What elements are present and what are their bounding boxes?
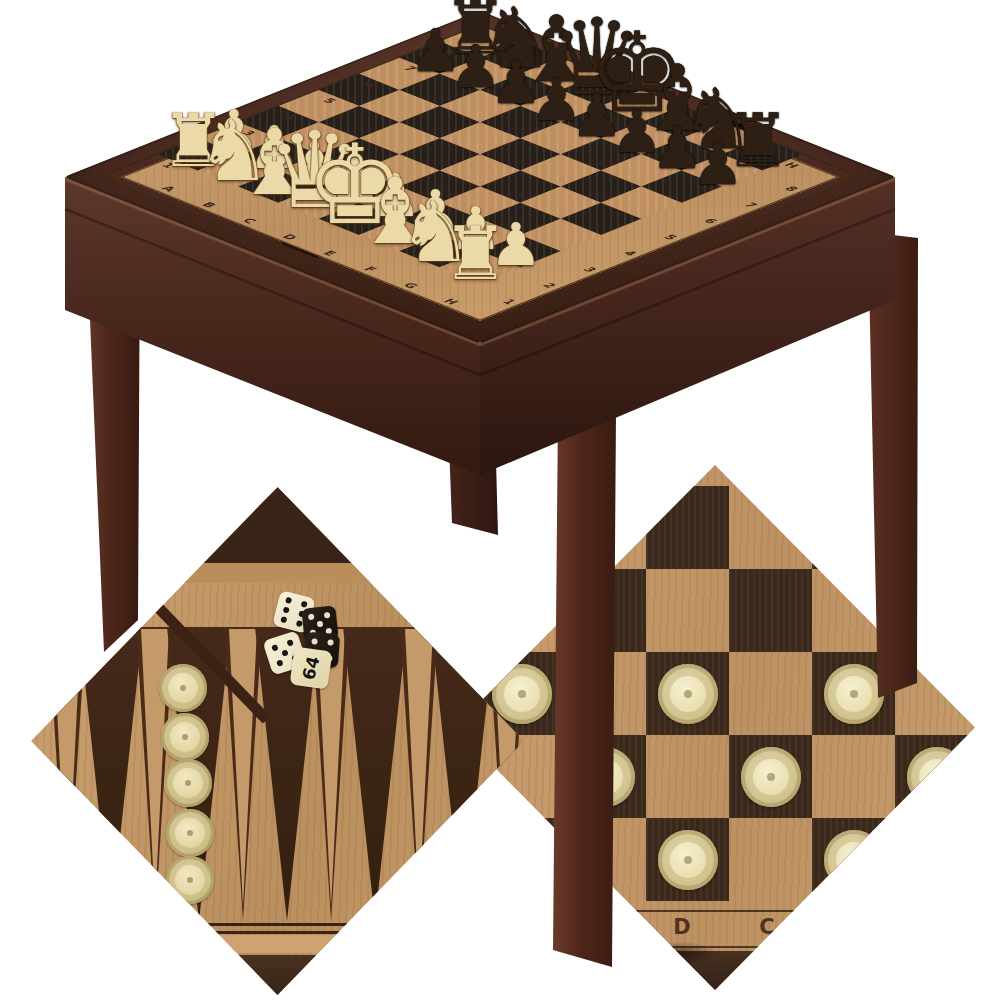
checkers-grid xyxy=(480,486,975,901)
checkers-piece-cream xyxy=(658,830,718,890)
backgammon-point-dark xyxy=(431,627,495,921)
checkers-square xyxy=(812,486,895,569)
checkers-square xyxy=(646,569,729,652)
border-line xyxy=(31,931,524,934)
table-leg-back-left xyxy=(86,225,140,652)
backgammon-checker xyxy=(164,759,212,807)
backgammon-inset-board: 64 xyxy=(31,487,524,995)
checkers-square xyxy=(480,569,563,652)
checkers-square xyxy=(812,735,895,818)
checkers-square xyxy=(646,735,729,818)
board-edge-corner xyxy=(31,955,524,995)
checkers-piece-cream xyxy=(824,830,884,890)
checkers-square xyxy=(895,569,975,652)
checkers-square xyxy=(563,486,646,569)
doubling-cube-value: 64 xyxy=(298,654,323,682)
checkers-square xyxy=(729,818,812,901)
checkers-square xyxy=(563,818,646,901)
backgammon-checker xyxy=(166,856,214,904)
border-line xyxy=(455,946,975,948)
chess-piece-black-pawn: ♟ xyxy=(687,133,749,195)
product-photo: DC xyxy=(0,0,1000,1000)
checkers-file-label: C xyxy=(752,915,782,939)
checkers-square xyxy=(563,652,646,735)
doubling-cube: 64 xyxy=(290,647,333,690)
checkers-square xyxy=(646,486,729,569)
border-line xyxy=(31,923,524,926)
checkers-piece-cream xyxy=(824,664,884,724)
checkers-square xyxy=(895,818,975,901)
board-closed-edge xyxy=(200,487,356,563)
chess-table-top: AABBCCDDEEFFGGHH1122334455667788 ♜♞♝♛♚♝♞… xyxy=(64,11,896,344)
backgammon-point-dark xyxy=(79,627,143,921)
checkers-square xyxy=(812,569,895,652)
border-line xyxy=(455,910,975,912)
backgammon-point-dark xyxy=(343,627,407,921)
backgammon-checker xyxy=(166,809,214,857)
checkers-square xyxy=(729,652,812,735)
checkers-square xyxy=(729,569,812,652)
checkers-piece-cream xyxy=(741,747,801,807)
checkers-square xyxy=(480,818,563,901)
checkers-square xyxy=(729,486,812,569)
checkers-inset-board: DC xyxy=(455,465,975,990)
table-leg-back xyxy=(447,385,498,535)
checkers-square xyxy=(895,486,975,569)
chess-piece-white-rook: ♜ xyxy=(437,214,515,292)
checkers-piece-cream xyxy=(492,664,552,724)
backgammon-checker xyxy=(159,664,207,712)
checkers-piece-cream xyxy=(907,747,967,807)
backgammon-checker xyxy=(161,713,209,761)
checkers-square xyxy=(480,486,563,569)
board-edge-strip xyxy=(31,935,524,953)
checkers-square xyxy=(563,569,646,652)
checkers-square xyxy=(895,652,975,735)
checkers-piece-cream xyxy=(575,747,635,807)
edge-shadow xyxy=(643,941,717,965)
checkers-file-label: D xyxy=(667,915,697,939)
checkers-piece-cream xyxy=(658,664,718,724)
